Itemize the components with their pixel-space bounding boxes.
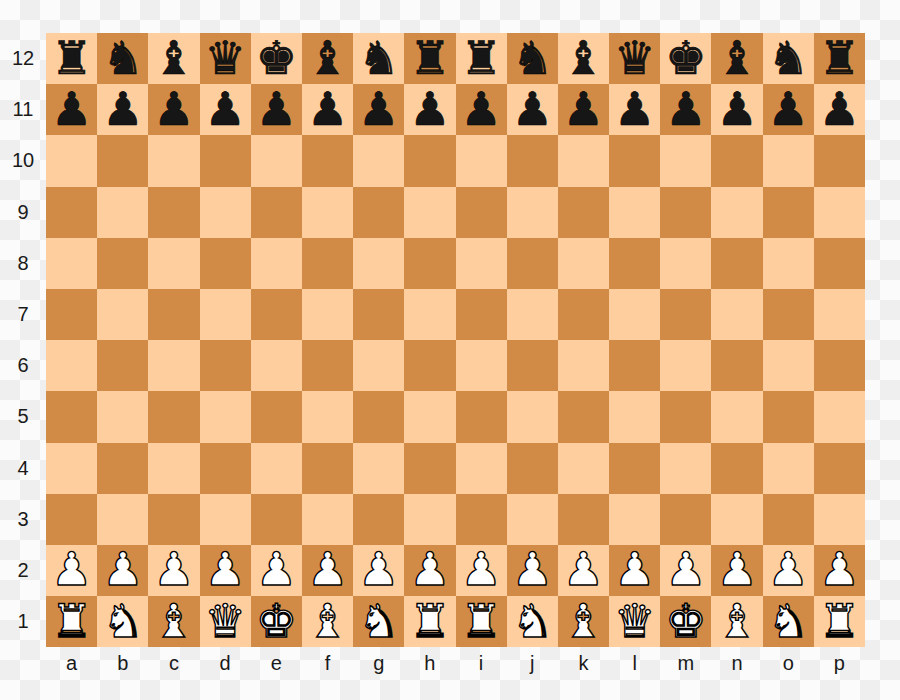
- square-b4[interactable]: [97, 443, 148, 494]
- piece-white-pawn[interactable]: ♟: [51, 546, 92, 592]
- file-label-o: o: [763, 647, 814, 679]
- square-g5[interactable]: [353, 391, 404, 442]
- square-c5[interactable]: [148, 391, 199, 442]
- square-g9[interactable]: [353, 187, 404, 238]
- square-h12[interactable]: ♜: [404, 33, 455, 84]
- square-n11[interactable]: ♟: [711, 84, 762, 135]
- square-o9[interactable]: [763, 187, 814, 238]
- square-a3[interactable]: [46, 494, 97, 545]
- square-i11[interactable]: ♟: [456, 84, 507, 135]
- square-b10[interactable]: [97, 135, 148, 186]
- file-label-f: f: [302, 647, 353, 679]
- square-d7[interactable]: [200, 289, 251, 340]
- square-l12[interactable]: ♛: [609, 33, 660, 84]
- square-b6[interactable]: [97, 340, 148, 391]
- square-i5[interactable]: [456, 391, 507, 442]
- piece-black-rook[interactable]: ♜: [409, 35, 450, 81]
- square-i8[interactable]: [456, 238, 507, 289]
- square-l2[interactable]: ♟: [609, 545, 660, 596]
- square-d3[interactable]: [200, 494, 251, 545]
- square-m10[interactable]: [660, 135, 711, 186]
- piece-black-king[interactable]: ♚: [665, 35, 706, 81]
- square-k3[interactable]: [558, 494, 609, 545]
- file-label-p: p: [814, 647, 865, 679]
- square-l9[interactable]: [609, 187, 660, 238]
- piece-white-pawn[interactable]: ♟: [102, 546, 143, 592]
- square-d6[interactable]: [200, 340, 251, 391]
- square-a12[interactable]: ♜: [46, 33, 97, 84]
- square-f5[interactable]: [302, 391, 353, 442]
- piece-white-pawn[interactable]: ♟: [153, 546, 194, 592]
- square-h9[interactable]: [404, 187, 455, 238]
- piece-white-queen[interactable]: ♛: [614, 598, 655, 644]
- square-h1[interactable]: ♜: [404, 596, 455, 647]
- file-label-a: a: [46, 647, 97, 679]
- file-label-m: m: [660, 647, 711, 679]
- square-d4[interactable]: [200, 443, 251, 494]
- rank-label-7: 7: [0, 289, 46, 340]
- piece-black-pawn[interactable]: ♟: [716, 86, 757, 132]
- piece-white-pawn[interactable]: ♟: [563, 546, 604, 592]
- square-l10[interactable]: [609, 135, 660, 186]
- square-l6[interactable]: [609, 340, 660, 391]
- piece-black-queen[interactable]: ♛: [205, 35, 246, 81]
- square-e9[interactable]: [251, 187, 302, 238]
- square-i9[interactable]: [456, 187, 507, 238]
- square-c12[interactable]: ♝: [148, 33, 199, 84]
- square-k4[interactable]: [558, 443, 609, 494]
- square-i3[interactable]: [456, 494, 507, 545]
- square-j9[interactable]: [507, 187, 558, 238]
- rank-label-8: 8: [0, 238, 46, 289]
- square-d8[interactable]: [200, 238, 251, 289]
- square-l8[interactable]: [609, 238, 660, 289]
- square-m11[interactable]: ♟: [660, 84, 711, 135]
- piece-black-knight[interactable]: ♞: [358, 35, 399, 81]
- piece-black-king[interactable]: ♚: [256, 35, 297, 81]
- square-m8[interactable]: [660, 238, 711, 289]
- square-a4[interactable]: [46, 443, 97, 494]
- square-f9[interactable]: [302, 187, 353, 238]
- square-a1[interactable]: ♜: [46, 596, 97, 647]
- piece-white-knight[interactable]: ♞: [768, 598, 809, 644]
- piece-white-pawn[interactable]: ♟: [716, 546, 757, 592]
- square-b12[interactable]: ♞: [97, 33, 148, 84]
- square-o3[interactable]: [763, 494, 814, 545]
- square-e1[interactable]: ♚: [251, 596, 302, 647]
- piece-black-pawn[interactable]: ♟: [563, 86, 604, 132]
- square-c4[interactable]: [148, 443, 199, 494]
- square-g12[interactable]: ♞: [353, 33, 404, 84]
- piece-white-knight[interactable]: ♞: [512, 598, 553, 644]
- rank-label-6: 6: [0, 340, 46, 391]
- piece-white-knight[interactable]: ♞: [102, 598, 143, 644]
- square-e11[interactable]: ♟: [251, 84, 302, 135]
- piece-black-pawn[interactable]: ♟: [819, 86, 860, 132]
- square-n8[interactable]: [711, 238, 762, 289]
- chessboard: ♜♞♝♛♚♝♞♜♜♞♝♛♚♝♞♜♟♟♟♟♟♟♟♟♟♟♟♟♟♟♟♟♟♟♟♟♟♟♟♟…: [46, 33, 865, 647]
- square-d5[interactable]: [200, 391, 251, 442]
- piece-black-knight[interactable]: ♞: [768, 35, 809, 81]
- square-h8[interactable]: [404, 238, 455, 289]
- square-b3[interactable]: [97, 494, 148, 545]
- square-k10[interactable]: [558, 135, 609, 186]
- square-m4[interactable]: [660, 443, 711, 494]
- square-d9[interactable]: [200, 187, 251, 238]
- square-e5[interactable]: [251, 391, 302, 442]
- piece-black-pawn[interactable]: ♟: [768, 86, 809, 132]
- piece-black-pawn[interactable]: ♟: [409, 86, 450, 132]
- square-f2[interactable]: ♟: [302, 545, 353, 596]
- square-n2[interactable]: ♟: [711, 545, 762, 596]
- square-j10[interactable]: [507, 135, 558, 186]
- square-o4[interactable]: [763, 443, 814, 494]
- square-i7[interactable]: [456, 289, 507, 340]
- square-o10[interactable]: [763, 135, 814, 186]
- piece-black-pawn[interactable]: ♟: [153, 86, 194, 132]
- square-a5[interactable]: [46, 391, 97, 442]
- square-c1[interactable]: ♝: [148, 596, 199, 647]
- piece-white-pawn[interactable]: ♟: [256, 546, 297, 592]
- piece-black-bishop[interactable]: ♝: [716, 35, 757, 81]
- square-b8[interactable]: [97, 238, 148, 289]
- square-g8[interactable]: [353, 238, 404, 289]
- piece-black-pawn[interactable]: ♟: [665, 86, 706, 132]
- square-o8[interactable]: [763, 238, 814, 289]
- square-p12[interactable]: ♜: [814, 33, 865, 84]
- square-e8[interactable]: [251, 238, 302, 289]
- square-d2[interactable]: ♟: [200, 545, 251, 596]
- square-g2[interactable]: ♟: [353, 545, 404, 596]
- piece-white-rook[interactable]: ♜: [51, 598, 92, 644]
- square-g3[interactable]: [353, 494, 404, 545]
- square-b5[interactable]: [97, 391, 148, 442]
- square-b1[interactable]: ♞: [97, 596, 148, 647]
- square-a7[interactable]: [46, 289, 97, 340]
- square-p11[interactable]: ♟: [814, 84, 865, 135]
- piece-black-pawn[interactable]: ♟: [512, 86, 553, 132]
- piece-black-rook[interactable]: ♜: [51, 35, 92, 81]
- square-m6[interactable]: [660, 340, 711, 391]
- square-d11[interactable]: ♟: [200, 84, 251, 135]
- square-a2[interactable]: ♟: [46, 545, 97, 596]
- square-c7[interactable]: [148, 289, 199, 340]
- square-d1[interactable]: ♛: [200, 596, 251, 647]
- piece-white-pawn[interactable]: ♟: [768, 546, 809, 592]
- square-l3[interactable]: [609, 494, 660, 545]
- rank-label-2: 2: [0, 545, 46, 596]
- square-c6[interactable]: [148, 340, 199, 391]
- square-e3[interactable]: [251, 494, 302, 545]
- square-o6[interactable]: [763, 340, 814, 391]
- piece-black-pawn[interactable]: ♟: [358, 86, 399, 132]
- canvas-background: 121110987654321 ♜♞♝♛♚♝♞♜♜♞♝♛♚♝♞♜♟♟♟♟♟♟♟♟…: [0, 0, 900, 700]
- piece-black-pawn[interactable]: ♟: [614, 86, 655, 132]
- square-m5[interactable]: [660, 391, 711, 442]
- piece-white-rook[interactable]: ♜: [819, 598, 860, 644]
- rank-label-3: 3: [0, 494, 46, 545]
- square-g10[interactable]: [353, 135, 404, 186]
- square-o7[interactable]: [763, 289, 814, 340]
- square-f10[interactable]: [302, 135, 353, 186]
- piece-white-pawn[interactable]: ♟: [614, 546, 655, 592]
- piece-white-rook[interactable]: ♜: [409, 598, 450, 644]
- piece-white-rook[interactable]: ♜: [460, 598, 501, 644]
- square-i2[interactable]: ♟: [456, 545, 507, 596]
- square-e12[interactable]: ♚: [251, 33, 302, 84]
- square-l4[interactable]: [609, 443, 660, 494]
- piece-black-pawn[interactable]: ♟: [307, 86, 348, 132]
- square-n6[interactable]: [711, 340, 762, 391]
- piece-black-pawn[interactable]: ♟: [51, 86, 92, 132]
- square-m9[interactable]: [660, 187, 711, 238]
- square-j3[interactable]: [507, 494, 558, 545]
- rank-label-1: 1: [0, 596, 46, 647]
- square-o1[interactable]: ♞: [763, 596, 814, 647]
- square-l1[interactable]: ♛: [609, 596, 660, 647]
- square-d10[interactable]: [200, 135, 251, 186]
- piece-white-pawn[interactable]: ♟: [307, 546, 348, 592]
- square-o2[interactable]: ♟: [763, 545, 814, 596]
- rank-label-10: 10: [0, 135, 46, 186]
- square-k2[interactable]: ♟: [558, 545, 609, 596]
- square-j4[interactable]: [507, 443, 558, 494]
- square-c3[interactable]: [148, 494, 199, 545]
- piece-black-pawn[interactable]: ♟: [256, 86, 297, 132]
- rank-label-9: 9: [0, 187, 46, 238]
- piece-black-pawn[interactable]: ♟: [102, 86, 143, 132]
- file-label-b: b: [97, 647, 148, 679]
- square-d12[interactable]: ♛: [200, 33, 251, 84]
- square-e10[interactable]: [251, 135, 302, 186]
- file-label-d: d: [200, 647, 251, 679]
- square-h2[interactable]: ♟: [404, 545, 455, 596]
- piece-black-bishop[interactable]: ♝: [563, 35, 604, 81]
- piece-white-pawn[interactable]: ♟: [512, 546, 553, 592]
- square-k7[interactable]: [558, 289, 609, 340]
- square-e4[interactable]: [251, 443, 302, 494]
- square-n3[interactable]: [711, 494, 762, 545]
- square-i4[interactable]: [456, 443, 507, 494]
- square-m7[interactable]: [660, 289, 711, 340]
- square-j7[interactable]: [507, 289, 558, 340]
- square-k9[interactable]: [558, 187, 609, 238]
- square-f11[interactable]: ♟: [302, 84, 353, 135]
- square-m3[interactable]: [660, 494, 711, 545]
- square-p10[interactable]: [814, 135, 865, 186]
- file-label-e: e: [251, 647, 302, 679]
- file-label-g: g: [353, 647, 404, 679]
- square-n5[interactable]: [711, 391, 762, 442]
- piece-white-pawn[interactable]: ♟: [409, 546, 450, 592]
- piece-white-pawn[interactable]: ♟: [819, 546, 860, 592]
- file-label-j: j: [507, 647, 558, 679]
- file-label-l: l: [609, 647, 660, 679]
- square-g1[interactable]: ♞: [353, 596, 404, 647]
- square-o11[interactable]: ♟: [763, 84, 814, 135]
- piece-white-king[interactable]: ♚: [665, 598, 706, 644]
- square-o12[interactable]: ♞: [763, 33, 814, 84]
- square-n1[interactable]: ♝: [711, 596, 762, 647]
- square-p1[interactable]: ♜: [814, 596, 865, 647]
- square-n10[interactable]: [711, 135, 762, 186]
- square-b9[interactable]: [97, 187, 148, 238]
- piece-white-bishop[interactable]: ♝: [716, 598, 757, 644]
- piece-black-pawn[interactable]: ♟: [460, 86, 501, 132]
- square-p6[interactable]: [814, 340, 865, 391]
- square-c2[interactable]: ♟: [148, 545, 199, 596]
- square-a11[interactable]: ♟: [46, 84, 97, 135]
- square-n7[interactable]: [711, 289, 762, 340]
- piece-black-queen[interactable]: ♛: [614, 35, 655, 81]
- square-i12[interactable]: ♜: [456, 33, 507, 84]
- square-a9[interactable]: [46, 187, 97, 238]
- square-e6[interactable]: [251, 340, 302, 391]
- square-p8[interactable]: [814, 238, 865, 289]
- square-j5[interactable]: [507, 391, 558, 442]
- file-labels: abcdefghijklmnop: [46, 647, 865, 679]
- file-label-c: c: [148, 647, 199, 679]
- square-c10[interactable]: [148, 135, 199, 186]
- piece-white-king[interactable]: ♚: [256, 598, 297, 644]
- square-n9[interactable]: [711, 187, 762, 238]
- piece-white-pawn[interactable]: ♟: [205, 546, 246, 592]
- square-h10[interactable]: [404, 135, 455, 186]
- square-g6[interactable]: [353, 340, 404, 391]
- square-m12[interactable]: ♚: [660, 33, 711, 84]
- square-f8[interactable]: [302, 238, 353, 289]
- square-l11[interactable]: ♟: [609, 84, 660, 135]
- square-b2[interactable]: ♟: [97, 545, 148, 596]
- square-h3[interactable]: [404, 494, 455, 545]
- square-h4[interactable]: [404, 443, 455, 494]
- square-i10[interactable]: [456, 135, 507, 186]
- square-a6[interactable]: [46, 340, 97, 391]
- file-label-h: h: [404, 647, 455, 679]
- square-h7[interactable]: [404, 289, 455, 340]
- square-j1[interactable]: ♞: [507, 596, 558, 647]
- square-h11[interactable]: ♟: [404, 84, 455, 135]
- square-k8[interactable]: [558, 238, 609, 289]
- piece-white-queen[interactable]: ♛: [205, 598, 246, 644]
- square-p3[interactable]: [814, 494, 865, 545]
- square-f6[interactable]: [302, 340, 353, 391]
- rank-label-12: 12: [0, 33, 46, 84]
- rank-label-11: 11: [0, 84, 46, 135]
- square-a10[interactable]: [46, 135, 97, 186]
- square-b7[interactable]: [97, 289, 148, 340]
- square-f3[interactable]: [302, 494, 353, 545]
- piece-black-bishop[interactable]: ♝: [153, 35, 194, 81]
- square-p9[interactable]: [814, 187, 865, 238]
- square-k12[interactable]: ♝: [558, 33, 609, 84]
- file-label-i: i: [456, 647, 507, 679]
- piece-black-knight[interactable]: ♞: [102, 35, 143, 81]
- square-b11[interactable]: ♟: [97, 84, 148, 135]
- square-j8[interactable]: [507, 238, 558, 289]
- square-j2[interactable]: ♟: [507, 545, 558, 596]
- square-g11[interactable]: ♟: [353, 84, 404, 135]
- file-label-n: n: [711, 647, 762, 679]
- square-l5[interactable]: [609, 391, 660, 442]
- rank-label-5: 5: [0, 391, 46, 442]
- piece-black-rook[interactable]: ♜: [460, 35, 501, 81]
- square-c11[interactable]: ♟: [148, 84, 199, 135]
- square-k11[interactable]: ♟: [558, 84, 609, 135]
- square-h6[interactable]: [404, 340, 455, 391]
- square-p4[interactable]: [814, 443, 865, 494]
- square-n4[interactable]: [711, 443, 762, 494]
- square-c8[interactable]: [148, 238, 199, 289]
- square-p7[interactable]: [814, 289, 865, 340]
- square-o5[interactable]: [763, 391, 814, 442]
- square-g7[interactable]: [353, 289, 404, 340]
- square-l7[interactable]: [609, 289, 660, 340]
- square-k5[interactable]: [558, 391, 609, 442]
- square-i1[interactable]: ♜: [456, 596, 507, 647]
- piece-black-bishop[interactable]: ♝: [307, 35, 348, 81]
- square-f12[interactable]: ♝: [302, 33, 353, 84]
- square-j12[interactable]: ♞: [507, 33, 558, 84]
- square-j6[interactable]: [507, 340, 558, 391]
- file-label-k: k: [558, 647, 609, 679]
- piece-white-pawn[interactable]: ♟: [665, 546, 706, 592]
- square-p5[interactable]: [814, 391, 865, 442]
- square-f1[interactable]: ♝: [302, 596, 353, 647]
- square-m2[interactable]: ♟: [660, 545, 711, 596]
- square-c9[interactable]: [148, 187, 199, 238]
- piece-white-bishop[interactable]: ♝: [307, 598, 348, 644]
- square-i6[interactable]: [456, 340, 507, 391]
- rank-label-4: 4: [0, 443, 46, 494]
- square-h5[interactable]: [404, 391, 455, 442]
- piece-white-knight[interactable]: ♞: [358, 598, 399, 644]
- piece-white-pawn[interactable]: ♟: [358, 546, 399, 592]
- square-n12[interactable]: ♝: [711, 33, 762, 84]
- square-j11[interactable]: ♟: [507, 84, 558, 135]
- piece-white-bishop[interactable]: ♝: [563, 598, 604, 644]
- square-m1[interactable]: ♚: [660, 596, 711, 647]
- piece-black-knight[interactable]: ♞: [512, 35, 553, 81]
- square-e7[interactable]: [251, 289, 302, 340]
- square-k6[interactable]: [558, 340, 609, 391]
- square-f7[interactable]: [302, 289, 353, 340]
- square-e2[interactable]: ♟: [251, 545, 302, 596]
- piece-white-pawn[interactable]: ♟: [460, 546, 501, 592]
- piece-white-bishop[interactable]: ♝: [153, 598, 194, 644]
- piece-black-pawn[interactable]: ♟: [205, 86, 246, 132]
- piece-black-rook[interactable]: ♜: [819, 35, 860, 81]
- square-p2[interactable]: ♟: [814, 545, 865, 596]
- square-k1[interactable]: ♝: [558, 596, 609, 647]
- square-f4[interactable]: [302, 443, 353, 494]
- square-a8[interactable]: [46, 238, 97, 289]
- square-g4[interactable]: [353, 443, 404, 494]
- rank-labels: 121110987654321: [0, 33, 46, 647]
